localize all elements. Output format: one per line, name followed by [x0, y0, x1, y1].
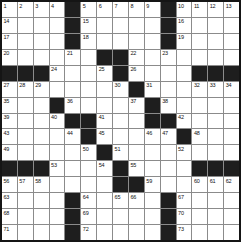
grid-cell-r8c14[interactable] — [208, 114, 223, 129]
grid-cell-r14c15[interactable] — [224, 209, 239, 224]
grid-cell-r10c14[interactable] — [208, 145, 223, 160]
grid-cell-r4c4[interactable] — [50, 50, 65, 65]
grid-cell-r15c1[interactable]: 71 — [2, 225, 17, 240]
clue-number: 26 — [130, 66, 136, 72]
grid-cell-r1c2[interactable]: 2 — [18, 2, 33, 17]
grid-cell-r5c5[interactable] — [65, 66, 80, 81]
grid-cell-r2c4[interactable] — [50, 18, 65, 33]
clue-number: 72 — [83, 226, 89, 232]
grid-cell-r6c1[interactable]: 27 — [2, 82, 17, 97]
grid-cell-r14c3[interactable] — [34, 209, 49, 224]
grid-cell-r10c3[interactable] — [34, 145, 49, 160]
grid-cell-r9c11[interactable]: 47 — [161, 129, 176, 144]
grid-cell-r12c11[interactable] — [161, 177, 176, 192]
clue-number: 19 — [178, 34, 184, 40]
clue-number: 42 — [178, 114, 184, 120]
clue-number: 30 — [115, 82, 121, 88]
grid-cell-r3c9[interactable] — [129, 34, 144, 49]
clue-number: 39 — [4, 114, 10, 120]
black-cell-r14c5 — [65, 209, 80, 224]
clue-number: 58 — [35, 178, 41, 184]
grid-cell-r4c9[interactable]: 22 — [129, 50, 144, 65]
clue-number: 63 — [4, 194, 10, 200]
grid-cell-r5c10[interactable] — [145, 66, 160, 81]
grid-cell-r1c6[interactable]: 5 — [81, 2, 96, 17]
grid-cell-r8c12[interactable]: 42 — [177, 114, 192, 129]
grid-cell-r10c2[interactable] — [18, 145, 33, 160]
black-cell-r2c5 — [65, 18, 80, 33]
black-cell-r15c5 — [65, 225, 80, 240]
grid-cell-r7c5[interactable]: 36 — [65, 98, 80, 113]
grid-cell-r15c10[interactable] — [145, 225, 160, 240]
grid-cell-r11c7[interactable]: 54 — [97, 161, 112, 176]
grid-cell-r4c11[interactable]: 23 — [161, 50, 176, 65]
black-cell-r12c9 — [129, 177, 144, 192]
crossword-grid: 1234567891011121314151617181920212223242… — [0, 0, 241, 242]
grid-cell-r6c14[interactable]: 33 — [208, 82, 223, 97]
clue-number: 62 — [226, 178, 232, 184]
clue-number: 53 — [51, 162, 57, 168]
grid-cell-r14c2[interactable] — [18, 209, 33, 224]
clue-number: 36 — [67, 98, 73, 104]
clue-number: 4 — [51, 3, 54, 9]
grid-cell-r15c15[interactable] — [224, 225, 239, 240]
clue-number: 60 — [194, 178, 200, 184]
grid-cell-r13c12[interactable]: 67 — [177, 193, 192, 208]
grid-cell-r4c14[interactable] — [208, 50, 223, 65]
grid-cell-r1c14[interactable]: 12 — [208, 2, 223, 17]
clue-number: 27 — [4, 82, 10, 88]
grid-cell-r7c14[interactable] — [208, 98, 223, 113]
grid-cell-r9c13[interactable]: 48 — [192, 129, 207, 144]
clue-number: 48 — [194, 130, 200, 136]
black-cell-r14c11 — [161, 209, 176, 224]
clue-number: 31 — [146, 82, 152, 88]
clue-number: 64 — [83, 194, 89, 200]
grid-cell-r7c1[interactable]: 35 — [2, 98, 17, 113]
grid-cell-r2c9[interactable] — [129, 18, 144, 33]
grid-cell-r4c3[interactable] — [34, 50, 49, 65]
clue-number: 47 — [162, 130, 168, 136]
grid-cell-r2c15[interactable] — [224, 18, 239, 33]
grid-cell-r6c4[interactable] — [50, 82, 65, 97]
clue-number: 22 — [130, 50, 136, 56]
grid-cell-r8c4[interactable]: 40 — [50, 114, 65, 129]
grid-cell-r7c7[interactable] — [97, 98, 112, 113]
clue-number: 51 — [115, 146, 121, 152]
grid-cell-r4c15[interactable] — [224, 50, 239, 65]
clue-number: 11 — [194, 3, 199, 9]
grid-cell-r13c6[interactable]: 64 — [81, 193, 96, 208]
grid-cell-r5c7[interactable]: 25 — [97, 66, 112, 81]
grid-cell-r10c1[interactable]: 49 — [2, 145, 17, 160]
grid-cell-r8c13[interactable] — [192, 114, 207, 129]
grid-cell-r13c8[interactable]: 65 — [113, 193, 128, 208]
grid-cell-r10c12[interactable]: 52 — [177, 145, 192, 160]
clue-number: 40 — [51, 114, 57, 120]
grid-cell-r15c8[interactable] — [113, 225, 128, 240]
grid-cell-r9c8[interactable] — [113, 129, 128, 144]
grid-cell-r8c8[interactable] — [113, 114, 128, 129]
grid-cell-r1c12[interactable]: 10 — [177, 2, 192, 17]
grid-cell-r5c9[interactable]: 26 — [129, 66, 144, 81]
grid-cell-r9c14[interactable] — [208, 129, 223, 144]
grid-cell-r3c6[interactable]: 18 — [81, 34, 96, 49]
clue-number: 69 — [83, 210, 89, 216]
black-cell-r15c11 — [161, 225, 176, 240]
grid-cell-r3c1[interactable]: 17 — [2, 34, 17, 49]
clue-number: 18 — [83, 34, 89, 40]
black-cell-r11c3 — [34, 161, 49, 176]
black-cell-r1c5 — [65, 2, 80, 17]
grid-cell-r7c11[interactable]: 38 — [161, 98, 176, 113]
grid-cell-r14c6[interactable]: 69 — [81, 209, 96, 224]
grid-cell-r13c3[interactable] — [34, 193, 49, 208]
grid-cell-r6c13[interactable]: 32 — [192, 82, 207, 97]
black-cell-r5c8 — [113, 66, 128, 81]
black-cell-r13c11 — [161, 193, 176, 208]
clue-number: 21 — [67, 50, 73, 56]
grid-cell-r6c15[interactable]: 34 — [224, 82, 239, 97]
grid-cell-r1c7[interactable]: 6 — [97, 2, 112, 17]
grid-cell-r3c12[interactable]: 19 — [177, 34, 192, 49]
clue-number: 38 — [162, 98, 168, 104]
grid-cell-r11c5[interactable] — [65, 161, 80, 176]
grid-cell-r1c3[interactable]: 3 — [34, 2, 49, 17]
clue-number: 10 — [178, 3, 184, 9]
grid-cell-r8c7[interactable]: 41 — [97, 114, 112, 129]
black-cell-r5c2 — [18, 66, 33, 81]
black-cell-r8c10 — [145, 114, 160, 129]
clue-number: 1 — [4, 3, 7, 9]
black-cell-r11c8 — [113, 161, 128, 176]
black-cell-r4c7 — [97, 50, 112, 65]
grid-cell-r3c14[interactable] — [208, 34, 223, 49]
grid-cell-r6c12[interactable] — [177, 82, 192, 97]
clue-number: 41 — [99, 114, 105, 120]
clue-number: 59 — [146, 178, 152, 184]
grid-cell-r10c9[interactable] — [129, 145, 144, 160]
grid-cell-r9c3[interactable] — [34, 129, 49, 144]
grid-cell-r9c10[interactable]: 46 — [145, 129, 160, 144]
grid-cell-r15c9[interactable] — [129, 225, 144, 240]
grid-cell-r12c4[interactable] — [50, 177, 65, 192]
grid-cell-r6c3[interactable]: 29 — [34, 82, 49, 97]
clue-number: 16 — [178, 18, 184, 24]
clue-number: 5 — [83, 3, 86, 9]
clue-number: 56 — [4, 178, 10, 184]
clue-number: 61 — [210, 178, 216, 184]
grid-cell-r15c6[interactable]: 72 — [81, 225, 96, 240]
grid-cell-r8c2[interactable] — [18, 114, 33, 129]
grid-cell-r11c11[interactable] — [161, 161, 176, 176]
grid-cell-r5c12[interactable] — [177, 66, 192, 81]
grid-cell-r13c7[interactable] — [97, 193, 112, 208]
black-cell-r2c11 — [161, 18, 176, 33]
grid-cell-r12c5[interactable] — [65, 177, 80, 192]
clue-number: 33 — [210, 82, 216, 88]
clue-number: 23 — [162, 50, 168, 56]
grid-cell-r1c9[interactable]: 8 — [129, 2, 144, 17]
grid-cell-r4c12[interactable] — [177, 50, 192, 65]
black-cell-r8c11 — [161, 114, 176, 129]
grid-cell-r14c14[interactable] — [208, 209, 223, 224]
black-cell-r3c5 — [65, 34, 80, 49]
grid-cell-r11c10[interactable] — [145, 161, 160, 176]
grid-cell-r2c13[interactable] — [192, 18, 207, 33]
clue-number: 50 — [83, 146, 89, 152]
grid-cell-r4c13[interactable] — [192, 50, 207, 65]
grid-cell-r14c7[interactable] — [97, 209, 112, 224]
grid-cell-r10c11[interactable] — [161, 145, 176, 160]
clue-number: 65 — [115, 194, 121, 200]
grid-cell-r4c6[interactable] — [81, 50, 96, 65]
grid-cell-r2c7[interactable] — [97, 18, 112, 33]
grid-cell-r4c1[interactable]: 20 — [2, 50, 17, 65]
clue-number: 6 — [99, 3, 102, 9]
grid-cell-r12c12[interactable] — [177, 177, 192, 192]
black-cell-r11c15 — [224, 161, 239, 176]
black-cell-r5c13 — [192, 66, 207, 81]
black-cell-r5c1 — [2, 66, 17, 81]
clue-number: 45 — [99, 130, 105, 136]
grid-cell-r13c15[interactable] — [224, 193, 239, 208]
clue-number: 29 — [35, 82, 41, 88]
grid-cell-r2c6[interactable]: 15 — [81, 18, 96, 33]
grid-cell-r8c1[interactable]: 39 — [2, 114, 17, 129]
grid-cell-r13c2[interactable] — [18, 193, 33, 208]
clue-number: 57 — [19, 178, 25, 184]
grid-cell-r12c14[interactable]: 61 — [208, 177, 223, 192]
grid-cell-r6c2[interactable]: 28 — [18, 82, 33, 97]
grid-cell-r12c15[interactable]: 62 — [224, 177, 239, 192]
grid-cell-r14c8[interactable] — [113, 209, 128, 224]
black-cell-r5c14 — [208, 66, 223, 81]
grid-cell-r11c6[interactable] — [81, 161, 96, 176]
grid-cell-r9c15[interactable] — [224, 129, 239, 144]
grid-cell-r10c8[interactable]: 51 — [113, 145, 128, 160]
grid-cell-r1c1[interactable]: 1 — [2, 2, 17, 17]
clue-number: 44 — [67, 130, 73, 136]
grid-cell-r15c3[interactable] — [34, 225, 49, 240]
grid-cell-r7c9[interactable]: 37 — [129, 98, 144, 113]
clue-number: 20 — [4, 50, 10, 56]
grid-cell-r7c3[interactable] — [34, 98, 49, 113]
grid-cell-r3c8[interactable] — [113, 34, 128, 49]
clue-number: 17 — [4, 34, 10, 40]
grid-cell-r4c2[interactable] — [18, 50, 33, 65]
clue-number: 14 — [4, 18, 10, 24]
clue-number: 13 — [226, 3, 232, 9]
grid-cell-r14c10[interactable] — [145, 209, 160, 224]
grid-cell-r3c10[interactable] — [145, 34, 160, 49]
grid-cell-r15c4[interactable] — [50, 225, 65, 240]
grid-cell-r13c1[interactable]: 63 — [2, 193, 17, 208]
grid-cell-r12c6[interactable] — [81, 177, 96, 192]
black-cell-r11c13 — [192, 161, 207, 176]
grid-cell-r3c4[interactable] — [50, 34, 65, 49]
black-cell-r8c5 — [65, 114, 80, 129]
grid-cell-r12c2[interactable]: 57 — [18, 177, 33, 192]
grid-cell-r9c7[interactable]: 45 — [97, 129, 112, 144]
grid-cell-r13c9[interactable]: 66 — [129, 193, 144, 208]
grid-cell-r1c13[interactable]: 11 — [192, 2, 207, 17]
grid-cell-r7c15[interactable] — [224, 98, 239, 113]
black-cell-r9c6 — [81, 129, 96, 144]
black-cell-r1c11 — [161, 2, 176, 17]
black-cell-r10c7 — [97, 145, 112, 160]
grid-cell-r1c10[interactable]: 9 — [145, 2, 160, 17]
grid-cell-r9c5[interactable]: 44 — [65, 129, 80, 144]
grid-cell-r7c6[interactable] — [81, 98, 96, 113]
clue-number: 37 — [130, 98, 136, 104]
grid-cell-r10c6[interactable]: 50 — [81, 145, 96, 160]
clue-number: 70 — [178, 210, 184, 216]
clue-number: 73 — [178, 226, 184, 232]
grid-cell-r7c8[interactable] — [113, 98, 128, 113]
grid-cell-r12c3[interactable]: 58 — [34, 177, 49, 192]
grid-cell-r3c7[interactable] — [97, 34, 112, 49]
clue-number: 34 — [226, 82, 232, 88]
clue-number: 7 — [115, 3, 118, 9]
grid-cell-r4c5[interactable]: 21 — [65, 50, 80, 65]
black-cell-r9c12 — [177, 129, 192, 144]
grid-cell-r6c8[interactable]: 30 — [113, 82, 128, 97]
clue-number: 52 — [178, 146, 184, 152]
clue-number: 8 — [130, 3, 133, 9]
grid-cell-r2c14[interactable] — [208, 18, 223, 33]
grid-cell-r10c5[interactable] — [65, 145, 80, 160]
clue-number: 15 — [83, 18, 89, 24]
grid-cell-r2c2[interactable] — [18, 18, 33, 33]
grid-cell-r12c1[interactable]: 56 — [2, 177, 17, 192]
clue-number: 43 — [4, 130, 10, 136]
black-cell-r5c3 — [34, 66, 49, 81]
clue-number: 71 — [4, 226, 10, 232]
grid-cell-r2c8[interactable] — [113, 18, 128, 33]
grid-cell-r13c13[interactable] — [192, 193, 207, 208]
black-cell-r7c4 — [50, 98, 65, 113]
grid-cell-r9c2[interactable] — [18, 129, 33, 144]
grid-cell-r7c2[interactable] — [18, 98, 33, 113]
grid-cell-r15c14[interactable] — [208, 225, 223, 240]
black-cell-r4c8 — [113, 50, 128, 65]
grid-cell-r9c4[interactable] — [50, 129, 65, 144]
clue-number: 66 — [130, 194, 136, 200]
grid-cell-r2c10[interactable] — [145, 18, 160, 33]
grid-cell-r6c5[interactable] — [65, 82, 80, 97]
grid-cell-r2c3[interactable] — [34, 18, 49, 33]
black-cell-r5c15 — [224, 66, 239, 81]
clue-number: 49 — [4, 146, 10, 152]
grid-cell-r10c15[interactable] — [224, 145, 239, 160]
grid-cell-r2c12[interactable]: 16 — [177, 18, 192, 33]
clue-number: 25 — [99, 66, 105, 72]
black-cell-r12c8 — [113, 177, 128, 192]
grid-cell-r15c13[interactable] — [192, 225, 207, 240]
grid-cell-r8c3[interactable] — [34, 114, 49, 129]
grid-cell-r3c3[interactable] — [34, 34, 49, 49]
clue-number: 12 — [210, 3, 216, 9]
grid-cell-r3c15[interactable] — [224, 34, 239, 49]
clue-number: 68 — [4, 210, 10, 216]
grid-cell-r14c1[interactable]: 68 — [2, 209, 17, 224]
grid-cell-r15c2[interactable] — [18, 225, 33, 240]
grid-cell-r8c9[interactable] — [129, 114, 144, 129]
grid-cell-r11c9[interactable]: 55 — [129, 161, 144, 176]
grid-cell-r7c12[interactable] — [177, 98, 192, 113]
black-cell-r13c5 — [65, 193, 80, 208]
grid-cell-r8c15[interactable] — [224, 114, 239, 129]
grid-cell-r1c8[interactable]: 7 — [113, 2, 128, 17]
grid-cell-r6c7[interactable] — [97, 82, 112, 97]
clue-number: 55 — [130, 162, 136, 168]
black-cell-r3c11 — [161, 34, 176, 49]
clue-number: 24 — [51, 66, 57, 72]
black-cell-r8c6 — [81, 114, 96, 129]
black-cell-r11c14 — [208, 161, 223, 176]
grid-cell-r13c14[interactable] — [208, 193, 223, 208]
grid-cell-r9c1[interactable]: 43 — [2, 129, 17, 144]
grid-cell-r5c11[interactable] — [161, 66, 176, 81]
grid-cell-r13c4[interactable] — [50, 193, 65, 208]
black-cell-r7c10 — [145, 98, 160, 113]
grid-cell-r5c6[interactable] — [81, 66, 96, 81]
grid-cell-r15c12[interactable]: 73 — [177, 225, 192, 240]
grid-cell-r6c10[interactable]: 31 — [145, 82, 160, 97]
grid-cell-r1c4[interactable]: 4 — [50, 2, 65, 17]
grid-cell-r10c4[interactable] — [50, 145, 65, 160]
grid-cell-r3c2[interactable] — [18, 34, 33, 49]
clue-number: 3 — [35, 3, 38, 9]
black-cell-r11c1 — [2, 161, 17, 176]
grid-cell-r3c13[interactable] — [192, 34, 207, 49]
clue-number: 35 — [4, 98, 10, 104]
grid-cell-r6c11[interactable] — [161, 82, 176, 97]
clue-number: 67 — [178, 194, 184, 200]
grid-cell-r12c7[interactable] — [97, 177, 112, 192]
clue-number: 28 — [19, 82, 25, 88]
grid-cell-r10c10[interactable] — [145, 145, 160, 160]
grid-cell-r4c10[interactable] — [145, 50, 160, 65]
crossword-puzzle: 1234567891011121314151617181920212223242… — [0, 0, 241, 242]
grid-cell-r14c13[interactable] — [192, 209, 207, 224]
black-cell-r6c9 — [129, 82, 144, 97]
grid-cell-r11c4[interactable]: 53 — [50, 161, 65, 176]
clue-number: 46 — [146, 130, 152, 136]
clue-number: 54 — [99, 162, 105, 168]
black-cell-r11c2 — [18, 161, 33, 176]
grid-cell-r14c12[interactable]: 70 — [177, 209, 192, 224]
grid-cell-r11c12[interactable] — [177, 161, 192, 176]
grid-cell-r5c4[interactable]: 24 — [50, 66, 65, 81]
grid-cell-r10c13[interactable] — [192, 145, 207, 160]
clue-number: 2 — [19, 3, 22, 9]
grid-cell-r13c10[interactable] — [145, 193, 160, 208]
grid-cell-r12c13[interactable]: 60 — [192, 177, 207, 192]
grid-cell-r2c1[interactable]: 14 — [2, 18, 17, 33]
grid-cell-r14c4[interactable] — [50, 209, 65, 224]
grid-cell-r6c6[interactable] — [81, 82, 96, 97]
grid-cell-r7c13[interactable] — [192, 98, 207, 113]
clue-number: 9 — [146, 3, 149, 9]
clue-number: 32 — [194, 82, 200, 88]
grid-cell-r9c9[interactable] — [129, 129, 144, 144]
grid-cell-r14c9[interactable] — [129, 209, 144, 224]
grid-cell-r15c7[interactable] — [97, 225, 112, 240]
grid-cell-r12c10[interactable]: 59 — [145, 177, 160, 192]
grid-cell-r1c15[interactable]: 13 — [224, 2, 239, 17]
